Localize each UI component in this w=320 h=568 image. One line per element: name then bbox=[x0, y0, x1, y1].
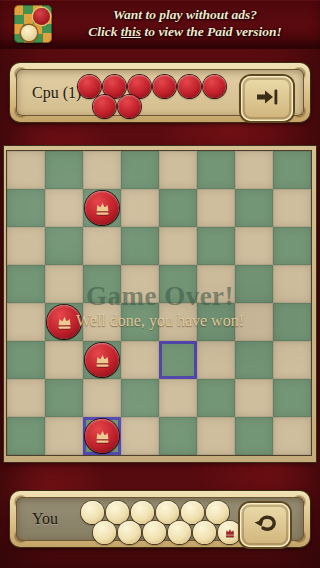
ad-line1: Want to play without ads? bbox=[54, 7, 316, 24]
board-cell-r1c2[interactable] bbox=[83, 189, 121, 227]
ad-line2-suffix: to view the Paid version! bbox=[141, 24, 282, 39]
cpu-tray: Cpu (1) bbox=[10, 63, 310, 122]
board-cell-r7c2[interactable] bbox=[83, 417, 121, 455]
board-cell-r7c7[interactable] bbox=[273, 417, 311, 455]
arrow-to-bar-icon bbox=[254, 85, 280, 113]
board-cell-r2c3[interactable] bbox=[121, 227, 159, 265]
board-cell-r1c7[interactable] bbox=[273, 189, 311, 227]
crown-icon bbox=[92, 352, 113, 368]
board-cell-r6c4[interactable] bbox=[159, 379, 197, 417]
game-over-subtitle: Well done, you have won! bbox=[0, 312, 320, 330]
board-cell-r2c4[interactable] bbox=[159, 227, 197, 265]
ad-banner[interactable]: Want to play without ads? Click this to … bbox=[0, 0, 320, 49]
board-cell-r0c0[interactable] bbox=[7, 151, 45, 189]
move-now-button[interactable] bbox=[241, 76, 293, 121]
board-cell-r7c6[interactable] bbox=[235, 417, 273, 455]
board-cell-r1c6[interactable] bbox=[235, 189, 273, 227]
ad-link[interactable]: this bbox=[121, 24, 141, 39]
captured-piece bbox=[118, 95, 141, 118]
board-cell-r6c7[interactable] bbox=[273, 379, 311, 417]
board-cell-r0c3[interactable] bbox=[121, 151, 159, 189]
board-cell-r6c6[interactable] bbox=[235, 379, 273, 417]
red-king-piece[interactable] bbox=[85, 191, 119, 225]
captured-piece bbox=[153, 75, 176, 98]
board-cell-r6c0[interactable] bbox=[7, 379, 45, 417]
board-cell-r2c6[interactable] bbox=[235, 227, 273, 265]
board-cell-r7c4[interactable] bbox=[159, 417, 197, 455]
captured-piece bbox=[93, 521, 116, 544]
board-cell-r5c3[interactable] bbox=[121, 341, 159, 379]
board-cell-r0c1[interactable] bbox=[45, 151, 83, 189]
board-cell-r6c5[interactable] bbox=[197, 379, 235, 417]
board-cell-r5c5[interactable] bbox=[197, 341, 235, 379]
game-over-title: Game Over! bbox=[0, 281, 320, 312]
board-cell-r5c6[interactable] bbox=[235, 341, 273, 379]
board-cell-r0c6[interactable] bbox=[235, 151, 273, 189]
board-cell-r0c5[interactable] bbox=[197, 151, 235, 189]
board-cell-r1c5[interactable] bbox=[197, 189, 235, 227]
app-icon-red-piece bbox=[33, 8, 50, 25]
captured-piece bbox=[143, 521, 166, 544]
crown-icon bbox=[92, 200, 113, 216]
board-cell-r5c0[interactable] bbox=[7, 341, 45, 379]
red-king-piece[interactable] bbox=[85, 419, 119, 453]
board-cell-r6c1[interactable] bbox=[45, 379, 83, 417]
board-cell-r6c2[interactable] bbox=[83, 379, 121, 417]
board-cell-r7c3[interactable] bbox=[121, 417, 159, 455]
captured-piece bbox=[193, 521, 216, 544]
ad-line2-prefix: Click bbox=[88, 24, 121, 39]
ad-line2: Click this to view the Paid version! bbox=[54, 24, 316, 41]
board-cell-r6c3[interactable] bbox=[121, 379, 159, 417]
you-label: You bbox=[32, 510, 58, 528]
board-cell-r0c2[interactable] bbox=[83, 151, 121, 189]
board-cell-r5c7[interactable] bbox=[273, 341, 311, 379]
board-cell-r0c4[interactable] bbox=[159, 151, 197, 189]
board-cell-r1c0[interactable] bbox=[7, 189, 45, 227]
board-cell-r2c2[interactable] bbox=[83, 227, 121, 265]
captured-piece bbox=[93, 95, 116, 118]
you-tray-inner: You bbox=[16, 497, 304, 541]
captured-piece bbox=[178, 75, 201, 98]
red-king-piece[interactable] bbox=[85, 343, 119, 377]
app-icon bbox=[14, 5, 52, 43]
undo-arrow-icon bbox=[251, 511, 279, 539]
captured-piece bbox=[203, 75, 226, 98]
board-cell-r1c4[interactable] bbox=[159, 189, 197, 227]
board-cell-r5c1[interactable] bbox=[45, 341, 83, 379]
captured-piece bbox=[168, 521, 191, 544]
board-cell-r2c0[interactable] bbox=[7, 227, 45, 265]
captured-piece bbox=[78, 75, 101, 98]
board-cell-r1c3[interactable] bbox=[121, 189, 159, 227]
board-cell-r1c1[interactable] bbox=[45, 189, 83, 227]
app-screen: Want to play without ads? Click this to … bbox=[0, 0, 320, 568]
app-icon-white-piece bbox=[21, 25, 37, 41]
cpu-tray-inner: Cpu (1) bbox=[16, 69, 304, 116]
board-cell-r7c0[interactable] bbox=[7, 417, 45, 455]
board-cell-r2c7[interactable] bbox=[273, 227, 311, 265]
board-cell-r7c5[interactable] bbox=[197, 417, 235, 455]
crown-icon bbox=[92, 428, 113, 444]
crown-icon bbox=[223, 527, 237, 538]
captured-king-piece bbox=[218, 521, 241, 544]
board-cell-r7c1[interactable] bbox=[45, 417, 83, 455]
ad-text: Want to play without ads? Click this to … bbox=[54, 7, 316, 40]
board-cell-r2c5[interactable] bbox=[197, 227, 235, 265]
board-cell-r5c2[interactable] bbox=[83, 341, 121, 379]
you-tray: You bbox=[10, 491, 310, 547]
undo-button[interactable] bbox=[240, 503, 290, 547]
captured-piece bbox=[118, 521, 141, 544]
board-cell-r2c1[interactable] bbox=[45, 227, 83, 265]
cpu-label: Cpu (1) bbox=[32, 84, 81, 102]
board-cell-r0c7[interactable] bbox=[273, 151, 311, 189]
board-cell-r5c4[interactable] bbox=[159, 341, 197, 379]
